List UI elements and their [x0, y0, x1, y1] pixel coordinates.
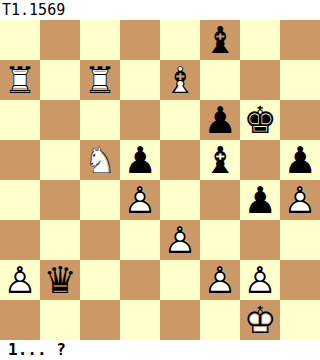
square-d6[interactable] [120, 100, 160, 140]
square-h7[interactable] [280, 60, 320, 100]
square-d5[interactable]: ♟ [120, 140, 160, 180]
chess-puzzle-app: T1.1569 ♝♜♖♜♖♝♗♟♚♞♘♟♝♟♟♙♟♟♙♟♙♟♙♛♟♙♟♙♚♔ 1… [0, 0, 320, 360]
square-c3[interactable] [80, 220, 120, 260]
pawn-glyph: ♟ [280, 140, 320, 180]
square-g8[interactable] [240, 20, 280, 60]
pawn-outline-glyph: ♙ [200, 260, 240, 300]
piece-white-pawn[interactable]: ♟♙ [240, 260, 280, 300]
piece-black-bishop[interactable]: ♝ [200, 20, 240, 60]
square-c8[interactable] [80, 20, 120, 60]
piece-white-pawn[interactable]: ♟♙ [160, 220, 200, 260]
square-h8[interactable] [280, 20, 320, 60]
square-c5[interactable]: ♞♘ [80, 140, 120, 180]
king-glyph: ♚ [240, 100, 280, 140]
rook-outline-glyph: ♖ [0, 60, 40, 100]
square-d7[interactable] [120, 60, 160, 100]
square-g6[interactable]: ♚ [240, 100, 280, 140]
square-e2[interactable] [160, 260, 200, 300]
queen-glyph: ♛ [40, 260, 80, 300]
square-h3[interactable] [280, 220, 320, 260]
pawn-outline-glyph: ♙ [0, 260, 40, 300]
square-e7[interactable]: ♝♗ [160, 60, 200, 100]
piece-white-king[interactable]: ♚♔ [240, 300, 280, 340]
square-f2[interactable]: ♟♙ [200, 260, 240, 300]
bishop-outline-glyph: ♗ [160, 60, 200, 100]
square-b4[interactable] [40, 180, 80, 220]
square-f1[interactable] [200, 300, 240, 340]
square-e1[interactable] [160, 300, 200, 340]
square-a3[interactable] [0, 220, 40, 260]
puzzle-id: T1.1569 [0, 0, 320, 20]
pawn-glyph: ♟ [120, 140, 160, 180]
square-e4[interactable] [160, 180, 200, 220]
piece-black-bishop[interactable]: ♝ [200, 140, 240, 180]
square-f5[interactable]: ♝ [200, 140, 240, 180]
piece-white-pawn[interactable]: ♟♙ [0, 260, 40, 300]
piece-white-pawn[interactable]: ♟♙ [120, 180, 160, 220]
square-a2[interactable]: ♟♙ [0, 260, 40, 300]
piece-white-bishop[interactable]: ♝♗ [160, 60, 200, 100]
chess-board: ♝♜♖♜♖♝♗♟♚♞♘♟♝♟♟♙♟♟♙♟♙♟♙♛♟♙♟♙♚♔ [0, 20, 320, 340]
square-g7[interactable] [240, 60, 280, 100]
square-h5[interactable]: ♟ [280, 140, 320, 180]
square-d8[interactable] [120, 20, 160, 60]
square-f4[interactable] [200, 180, 240, 220]
square-f6[interactable]: ♟ [200, 100, 240, 140]
square-d4[interactable]: ♟♙ [120, 180, 160, 220]
pawn-outline-glyph: ♙ [120, 180, 160, 220]
square-g1[interactable]: ♚♔ [240, 300, 280, 340]
square-f7[interactable] [200, 60, 240, 100]
king-outline-glyph: ♔ [240, 300, 280, 340]
square-g3[interactable] [240, 220, 280, 260]
square-c4[interactable] [80, 180, 120, 220]
square-b5[interactable] [40, 140, 80, 180]
square-a4[interactable] [0, 180, 40, 220]
square-b2[interactable]: ♛ [40, 260, 80, 300]
piece-black-king[interactable]: ♚ [240, 100, 280, 140]
piece-black-pawn[interactable]: ♟ [240, 180, 280, 220]
pawn-outline-glyph: ♙ [160, 220, 200, 260]
piece-white-pawn[interactable]: ♟♙ [200, 260, 240, 300]
square-f8[interactable]: ♝ [200, 20, 240, 60]
square-e6[interactable] [160, 100, 200, 140]
square-b6[interactable] [40, 100, 80, 140]
piece-white-rook[interactable]: ♜♖ [80, 60, 120, 100]
square-h4[interactable]: ♟♙ [280, 180, 320, 220]
square-b7[interactable] [40, 60, 80, 100]
square-g2[interactable]: ♟♙ [240, 260, 280, 300]
piece-white-pawn[interactable]: ♟♙ [280, 180, 320, 220]
square-a8[interactable] [0, 20, 40, 60]
knight-outline-glyph: ♘ [80, 140, 120, 180]
bishop-glyph: ♝ [200, 140, 240, 180]
piece-black-pawn[interactable]: ♟ [120, 140, 160, 180]
square-h6[interactable] [280, 100, 320, 140]
square-c2[interactable] [80, 260, 120, 300]
square-d3[interactable] [120, 220, 160, 260]
square-f3[interactable] [200, 220, 240, 260]
square-c1[interactable] [80, 300, 120, 340]
square-a5[interactable] [0, 140, 40, 180]
move-prompt: 1... ? [0, 340, 320, 360]
pawn-glyph: ♟ [200, 100, 240, 140]
bishop-glyph: ♝ [200, 20, 240, 60]
piece-white-rook[interactable]: ♜♖ [0, 60, 40, 100]
rook-outline-glyph: ♖ [80, 60, 120, 100]
square-g4[interactable]: ♟ [240, 180, 280, 220]
pawn-outline-glyph: ♙ [240, 260, 280, 300]
pawn-glyph: ♟ [240, 180, 280, 220]
square-e3[interactable]: ♟♙ [160, 220, 200, 260]
square-b3[interactable] [40, 220, 80, 260]
square-h2[interactable] [280, 260, 320, 300]
square-d1[interactable] [120, 300, 160, 340]
square-g5[interactable] [240, 140, 280, 180]
piece-white-knight[interactable]: ♞♘ [80, 140, 120, 180]
piece-black-queen[interactable]: ♛ [40, 260, 80, 300]
square-b1[interactable] [40, 300, 80, 340]
piece-black-pawn[interactable]: ♟ [280, 140, 320, 180]
square-a1[interactable] [0, 300, 40, 340]
square-c6[interactable] [80, 100, 120, 140]
square-c7[interactable]: ♜♖ [80, 60, 120, 100]
piece-black-pawn[interactable]: ♟ [200, 100, 240, 140]
square-a7[interactable]: ♜♖ [0, 60, 40, 100]
square-a6[interactable] [0, 100, 40, 140]
square-e8[interactable] [160, 20, 200, 60]
square-e5[interactable] [160, 140, 200, 180]
square-h1[interactable] [280, 300, 320, 340]
pawn-outline-glyph: ♙ [280, 180, 320, 220]
square-d2[interactable] [120, 260, 160, 300]
square-b8[interactable] [40, 20, 80, 60]
